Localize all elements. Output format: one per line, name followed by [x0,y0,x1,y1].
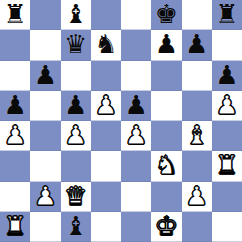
square-f3[interactable]: ♞ [151,151,181,181]
square-e8[interactable] [121,0,151,30]
square-f4[interactable] [151,121,181,151]
square-g6[interactable] [182,61,212,91]
square-g3[interactable] [182,151,212,181]
square-c3[interactable] [61,151,91,181]
square-c7[interactable]: ♛ [61,30,91,60]
piece-black-pawn[interactable]: ♟ [185,29,208,59]
square-c8[interactable]: ♝ [61,0,91,30]
square-e7[interactable] [121,30,151,60]
square-g5[interactable] [182,91,212,121]
square-e2[interactable] [121,182,151,212]
piece-black-queen[interactable]: ♛ [64,29,87,59]
piece-white-queen[interactable]: ♛ [64,181,87,211]
piece-black-pawn[interactable]: ♟ [215,60,238,90]
piece-white-pawn[interactable]: ♟ [124,120,147,150]
square-e4[interactable]: ♟ [121,121,151,151]
square-d1[interactable] [91,212,121,242]
square-d4[interactable] [91,121,121,151]
square-b2[interactable]: ♟ [30,182,60,212]
square-b8[interactable] [30,0,60,30]
chess-board: ♜♝♚♜♛♞♟♟♟♟♟♟♟♟♟♟♟♟♝♞♜♟♛♟♜♝♚ [0,0,242,242]
piece-white-knight[interactable]: ♞ [155,150,178,180]
square-a7[interactable] [0,30,30,60]
square-g8[interactable] [182,0,212,30]
square-d6[interactable] [91,61,121,91]
piece-white-pawn[interactable]: ♟ [3,120,26,150]
square-b6[interactable]: ♟ [30,61,60,91]
square-g4[interactable]: ♝ [182,121,212,151]
square-f8[interactable]: ♚ [151,0,181,30]
square-b1[interactable] [30,212,60,242]
square-e3[interactable] [121,151,151,181]
square-d7[interactable]: ♞ [91,30,121,60]
piece-black-pawn[interactable]: ♟ [124,90,147,120]
square-h8[interactable]: ♜ [212,0,242,30]
square-b5[interactable] [30,91,60,121]
square-c5[interactable]: ♟ [61,91,91,121]
square-g1[interactable] [182,212,212,242]
piece-black-rook[interactable]: ♜ [215,0,238,29]
square-a1[interactable]: ♜ [0,212,30,242]
piece-white-rook[interactable]: ♜ [215,150,238,180]
square-h4[interactable] [212,121,242,151]
square-a6[interactable] [0,61,30,91]
square-a5[interactable]: ♟ [0,91,30,121]
square-d2[interactable] [91,182,121,212]
square-f1[interactable]: ♚ [151,212,181,242]
square-e5[interactable]: ♟ [121,91,151,121]
square-f2[interactable] [151,182,181,212]
square-f5[interactable] [151,91,181,121]
square-a3[interactable] [0,151,30,181]
piece-black-rook[interactable]: ♜ [3,0,26,29]
square-f7[interactable]: ♟ [151,30,181,60]
piece-white-pawn[interactable]: ♟ [34,181,57,211]
piece-white-pawn[interactable]: ♟ [64,120,87,150]
square-b7[interactable] [30,30,60,60]
square-c2[interactable]: ♛ [61,182,91,212]
square-a8[interactable]: ♜ [0,0,30,30]
piece-black-bishop[interactable]: ♝ [64,211,87,241]
square-e6[interactable] [121,61,151,91]
piece-white-pawn[interactable]: ♟ [215,90,238,120]
square-d5[interactable]: ♟ [91,91,121,121]
square-d3[interactable] [91,151,121,181]
piece-white-pawn[interactable]: ♟ [185,181,208,211]
square-a4[interactable]: ♟ [0,121,30,151]
square-h1[interactable] [212,212,242,242]
square-g2[interactable]: ♟ [182,182,212,212]
piece-black-knight[interactable]: ♞ [94,29,117,59]
square-b4[interactable] [30,121,60,151]
square-h7[interactable] [212,30,242,60]
piece-white-pawn[interactable]: ♟ [94,90,117,120]
piece-black-king[interactable]: ♚ [155,0,178,29]
square-h3[interactable]: ♜ [212,151,242,181]
square-d8[interactable] [91,0,121,30]
square-h6[interactable]: ♟ [212,61,242,91]
piece-white-king[interactable]: ♚ [155,211,178,241]
piece-black-bishop[interactable]: ♝ [64,0,87,29]
square-c4[interactable]: ♟ [61,121,91,151]
square-h2[interactable] [212,182,242,212]
square-g7[interactable]: ♟ [182,30,212,60]
square-c6[interactable] [61,61,91,91]
piece-black-pawn[interactable]: ♟ [34,60,57,90]
piece-black-pawn[interactable]: ♟ [3,90,26,120]
square-f6[interactable] [151,61,181,91]
piece-white-bishop[interactable]: ♝ [185,120,208,150]
piece-black-pawn[interactable]: ♟ [64,90,87,120]
square-e1[interactable] [121,212,151,242]
square-c1[interactable]: ♝ [61,212,91,242]
piece-black-pawn[interactable]: ♟ [155,29,178,59]
square-h5[interactable]: ♟ [212,91,242,121]
square-a2[interactable] [0,182,30,212]
piece-white-rook[interactable]: ♜ [3,211,26,241]
square-b3[interactable] [30,151,60,181]
